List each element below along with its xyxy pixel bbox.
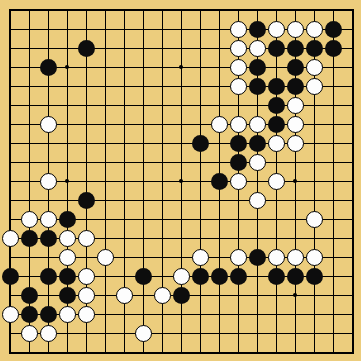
star-point [286, 286, 305, 305]
board-intersection[interactable] [77, 305, 96, 324]
white-stone [306, 249, 323, 266]
black-stone [325, 21, 342, 38]
white-stone [40, 325, 57, 342]
board-intersection[interactable] [286, 58, 305, 77]
board-intersection[interactable] [191, 267, 210, 286]
white-stone [249, 154, 266, 171]
black-stone [40, 268, 57, 285]
black-stone [40, 59, 57, 76]
board-intersection[interactable] [20, 210, 39, 229]
white-stone [287, 135, 304, 152]
board-intersection[interactable] [305, 39, 324, 58]
black-stone [59, 211, 76, 228]
board-intersection[interactable] [77, 286, 96, 305]
board-intersection[interactable] [267, 115, 286, 134]
board-intersection[interactable] [267, 172, 286, 191]
board-intersection[interactable] [172, 267, 191, 286]
white-stone [116, 287, 133, 304]
white-stone [78, 230, 95, 247]
hoshi-dot [179, 65, 183, 69]
board-intersection[interactable] [286, 39, 305, 58]
white-stone [2, 306, 19, 323]
black-stone [211, 173, 228, 190]
black-stone [21, 287, 38, 304]
white-stone [268, 173, 285, 190]
board-intersection[interactable] [210, 115, 229, 134]
hoshi-dot [65, 65, 69, 69]
white-stone [306, 211, 323, 228]
black-stone [249, 135, 266, 152]
black-stone [40, 230, 57, 247]
board-intersection[interactable] [39, 324, 58, 343]
hoshi-dot [293, 293, 297, 297]
black-stone [306, 268, 323, 285]
black-stone [78, 40, 95, 57]
black-stone [268, 116, 285, 133]
black-stone [211, 268, 228, 285]
board-intersection[interactable] [58, 286, 77, 305]
star-point [58, 172, 77, 191]
board-intersection[interactable] [324, 39, 343, 58]
board-intersection[interactable] [267, 20, 286, 39]
go-board[interactable] [0, 0, 361, 361]
board-intersection[interactable] [267, 96, 286, 115]
black-stone [249, 21, 266, 38]
board-intersection[interactable] [210, 267, 229, 286]
board-intersection[interactable] [324, 20, 343, 39]
board-intersection[interactable] [305, 77, 324, 96]
white-stone [230, 40, 247, 57]
star-point [172, 172, 191, 191]
black-stone [173, 287, 190, 304]
board-intersection[interactable] [229, 248, 248, 267]
white-stone [21, 325, 38, 342]
white-stone [249, 116, 266, 133]
board-intersection[interactable] [305, 210, 324, 229]
black-stone [249, 78, 266, 95]
black-stone [287, 40, 304, 57]
board-intersection[interactable] [267, 77, 286, 96]
board-intersection[interactable] [229, 267, 248, 286]
black-stone [59, 287, 76, 304]
board-intersection[interactable] [248, 39, 267, 58]
board-intersection[interactable] [39, 58, 58, 77]
black-stone [287, 78, 304, 95]
screenshot-canvas [0, 0, 361, 361]
white-stone [59, 306, 76, 323]
board-intersection[interactable] [96, 248, 115, 267]
black-stone [268, 78, 285, 95]
board-intersection[interactable] [229, 172, 248, 191]
white-stone [173, 268, 190, 285]
board-intersection[interactable] [267, 134, 286, 153]
board-intersection[interactable] [172, 286, 191, 305]
board-intersection[interactable] [286, 248, 305, 267]
board-intersection[interactable] [39, 115, 58, 134]
hoshi-dot [179, 179, 183, 183]
white-stone [306, 21, 323, 38]
black-stone [306, 40, 323, 57]
white-stone [287, 21, 304, 38]
board-intersection[interactable] [20, 324, 39, 343]
black-stone [59, 268, 76, 285]
white-stone [287, 97, 304, 114]
black-stone [287, 59, 304, 76]
board-intersection[interactable] [134, 267, 153, 286]
black-stone [268, 97, 285, 114]
black-stone [230, 154, 247, 171]
white-stone [40, 173, 57, 190]
board-intersection[interactable] [229, 134, 248, 153]
black-stone [21, 306, 38, 323]
white-stone [78, 268, 95, 285]
board-intersection[interactable] [1, 267, 20, 286]
board-intersection[interactable] [248, 134, 267, 153]
board-intersection[interactable] [305, 248, 324, 267]
white-stone [2, 230, 19, 247]
board-intersection[interactable] [1, 305, 20, 324]
board-intersection[interactable] [286, 77, 305, 96]
white-stone [249, 40, 266, 57]
board-intersection[interactable] [39, 229, 58, 248]
white-stone [78, 306, 95, 323]
board-intersection[interactable] [248, 58, 267, 77]
board-intersection[interactable] [39, 172, 58, 191]
white-stone [268, 21, 285, 38]
board-intersection[interactable] [77, 267, 96, 286]
board-intersection[interactable] [305, 58, 324, 77]
star-point [58, 58, 77, 77]
board-intersection[interactable] [77, 39, 96, 58]
board-intersection[interactable] [267, 248, 286, 267]
black-stone [268, 268, 285, 285]
board-intersection[interactable] [191, 248, 210, 267]
white-stone [230, 249, 247, 266]
board-intersection[interactable] [248, 77, 267, 96]
white-stone [154, 287, 171, 304]
white-stone [192, 249, 209, 266]
black-stone [2, 268, 19, 285]
board-intersection[interactable] [210, 172, 229, 191]
white-stone [306, 78, 323, 95]
board-intersection[interactable] [229, 153, 248, 172]
white-stone [230, 173, 247, 190]
board-intersection[interactable] [77, 191, 96, 210]
board-intersection[interactable] [134, 324, 153, 343]
white-stone [249, 192, 266, 209]
board-intersection[interactable] [286, 96, 305, 115]
white-stone [230, 21, 247, 38]
board-intersection[interactable] [1, 229, 20, 248]
black-stone [21, 230, 38, 247]
board-intersection[interactable] [229, 115, 248, 134]
board-intersection[interactable] [20, 305, 39, 324]
board-intersection[interactable] [286, 115, 305, 134]
board-intersection[interactable] [77, 229, 96, 248]
black-stone [40, 306, 57, 323]
black-stone [78, 192, 95, 209]
board-intersection[interactable] [58, 229, 77, 248]
board-intersection[interactable] [248, 248, 267, 267]
black-stone [249, 249, 266, 266]
star-point [286, 172, 305, 191]
white-stone [230, 59, 247, 76]
board-intersection[interactable] [20, 229, 39, 248]
black-stone [230, 268, 247, 285]
white-stone [230, 78, 247, 95]
black-stone [192, 135, 209, 152]
board-intersection[interactable] [229, 77, 248, 96]
hoshi-dot [65, 179, 69, 183]
board-intersection[interactable] [267, 39, 286, 58]
board-intersection[interactable] [39, 305, 58, 324]
board-intersection[interactable] [286, 20, 305, 39]
board-intersection[interactable] [229, 20, 248, 39]
star-point [172, 58, 191, 77]
board-intersection[interactable] [286, 267, 305, 286]
board-intersection[interactable] [115, 286, 134, 305]
stone-layer [1, 1, 361, 361]
board-intersection[interactable] [58, 267, 77, 286]
black-stone [135, 268, 152, 285]
white-stone [268, 135, 285, 152]
board-intersection[interactable] [58, 305, 77, 324]
board-intersection[interactable] [248, 115, 267, 134]
white-stone [40, 116, 57, 133]
white-stone [97, 249, 114, 266]
board-intersection[interactable] [305, 20, 324, 39]
board-intersection[interactable] [248, 153, 267, 172]
white-stone [135, 325, 152, 342]
black-stone [268, 40, 285, 57]
white-stone [211, 116, 228, 133]
board-intersection[interactable] [39, 267, 58, 286]
white-stone [268, 249, 285, 266]
board-intersection[interactable] [229, 58, 248, 77]
black-stone [325, 40, 342, 57]
board-intersection[interactable] [229, 39, 248, 58]
board-intersection[interactable] [267, 267, 286, 286]
white-stone [40, 211, 57, 228]
board-intersection[interactable] [58, 248, 77, 267]
white-stone [59, 249, 76, 266]
board-intersection[interactable] [248, 20, 267, 39]
black-stone [230, 135, 247, 152]
white-stone [78, 287, 95, 304]
white-stone [287, 249, 304, 266]
board-intersection[interactable] [20, 286, 39, 305]
board-intersection[interactable] [248, 191, 267, 210]
white-stone [287, 116, 304, 133]
board-intersection[interactable] [58, 210, 77, 229]
white-stone [230, 116, 247, 133]
board-intersection[interactable] [39, 210, 58, 229]
hoshi-dot [293, 179, 297, 183]
board-intersection[interactable] [286, 134, 305, 153]
black-stone [192, 268, 209, 285]
board-intersection[interactable] [153, 286, 172, 305]
black-stone [249, 59, 266, 76]
white-stone [21, 211, 38, 228]
white-stone [306, 59, 323, 76]
black-stone [287, 268, 304, 285]
board-intersection[interactable] [305, 267, 324, 286]
white-stone [59, 230, 76, 247]
board-intersection[interactable] [191, 134, 210, 153]
